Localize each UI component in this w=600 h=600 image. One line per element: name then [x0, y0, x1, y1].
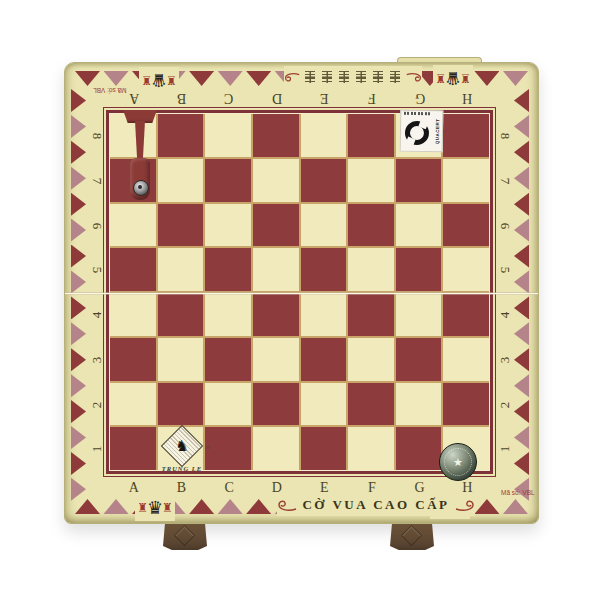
- triangle-ornament: [218, 499, 243, 514]
- chess-pieces-motif-bottom-left: ♜♛♜: [135, 494, 175, 521]
- triangle-ornament: [71, 374, 86, 397]
- square-e3: [301, 338, 347, 381]
- scroll-flourish-icon: [284, 72, 300, 83]
- square-a2: [110, 383, 156, 426]
- rank-label-5-right: 5: [495, 262, 515, 278]
- triangle-ornament: [514, 400, 529, 423]
- cjk-glyph: [357, 72, 367, 84]
- cjk-glyph: [306, 72, 316, 84]
- queen-icon: ♛: [445, 70, 461, 88]
- square-a3: [110, 338, 156, 381]
- triangle-ornament: [514, 348, 529, 371]
- square-a4: [110, 293, 156, 336]
- square-h2: [443, 383, 489, 426]
- square-d7: [253, 159, 299, 202]
- square-f4: [348, 293, 394, 336]
- border-triangles-left: [71, 89, 87, 501]
- rank-label-8-left: 8: [87, 128, 107, 144]
- knight-icon: ♞: [168, 432, 196, 460]
- scroll-flourish-icon: [277, 499, 297, 512]
- triangle-ornament: [71, 296, 86, 319]
- cjk-glyph: [391, 72, 401, 84]
- square-f2: [348, 383, 394, 426]
- triangle-ornament: [514, 322, 529, 345]
- square-c5: [205, 248, 251, 291]
- file-label-e-top: E: [301, 89, 349, 106]
- triangle-ornament: [514, 193, 529, 216]
- hologram-seal: ★: [439, 443, 477, 481]
- triangle-ornament: [189, 71, 214, 86]
- triangle-ornament: [71, 478, 86, 501]
- square-g2: [396, 383, 442, 426]
- triangle-ornament: [71, 89, 86, 112]
- square-d1: [253, 427, 299, 470]
- snap-button-icon: [133, 180, 149, 196]
- square-g7: [396, 159, 442, 202]
- triangle-ornament: [514, 89, 529, 112]
- square-c1: [205, 427, 251, 470]
- triangle-ornament: [514, 245, 529, 268]
- triangle-ornament: [514, 426, 529, 449]
- queen-icon: ♛: [151, 72, 167, 90]
- square-b3: [158, 338, 204, 381]
- triangle-ornament: [514, 270, 529, 293]
- triangle-ornament: [474, 71, 499, 86]
- triangle-ornament: [514, 452, 529, 475]
- square-f3: [348, 338, 394, 381]
- rank-label-1-left: 1: [87, 441, 107, 457]
- snap-clasp: [123, 110, 157, 207]
- brand-logo: ♞ ® TRUNG LE: [161, 431, 203, 477]
- scroll-flourish-icon: [406, 72, 422, 83]
- square-h6: [443, 204, 489, 247]
- seal-ring: [444, 448, 472, 476]
- square-b4: [158, 293, 204, 336]
- square-d8: [253, 114, 299, 157]
- rank-label-8-right: 8: [495, 128, 515, 144]
- triangle-ornament: [189, 499, 214, 514]
- product-title: CỜ VUA CAO CẤP: [277, 494, 475, 516]
- triangle-ornament: [71, 245, 86, 268]
- rank-label-4-left: 4: [87, 307, 107, 323]
- square-d6: [253, 204, 299, 247]
- rook-icon: ♜: [166, 75, 177, 87]
- triangle-ornament: [71, 452, 86, 475]
- brand-diamond-icon: ♞ ®: [161, 425, 203, 467]
- triangle-ornament: [71, 348, 86, 371]
- square-a1: [110, 427, 156, 470]
- file-label-d-top: D: [253, 89, 301, 106]
- triangle-ornament: [503, 71, 528, 86]
- hinge-right: [390, 521, 434, 550]
- square-f5: [348, 248, 394, 291]
- quacert-microtext: [402, 112, 430, 115]
- cjk-glyph: [323, 72, 333, 84]
- file-label-c-bottom: C: [205, 479, 253, 496]
- square-a6: [110, 204, 156, 247]
- triangle-ornament: [71, 115, 86, 138]
- triangle-ornament: [71, 400, 86, 423]
- rook-icon: ♜: [141, 75, 152, 87]
- square-h8: [443, 114, 489, 157]
- cjk-glyph: [340, 72, 350, 84]
- scroll-flourish-icon: [455, 499, 475, 512]
- square-h3: [443, 338, 489, 381]
- square-e4: [301, 293, 347, 336]
- square-c6: [205, 204, 251, 247]
- square-b5: [158, 248, 204, 291]
- reverse-side-title: [284, 66, 422, 89]
- cjk-glyph: [374, 72, 384, 84]
- rook-icon: ♜: [460, 73, 471, 85]
- square-g3: [396, 338, 442, 381]
- triangle-ornament: [71, 322, 86, 345]
- triangle-ornament: [75, 499, 100, 514]
- product-photo: ABCDEFGH ABCDEFGH 8877665544332211 ♜♛♜ ♜…: [0, 0, 600, 600]
- rank-label-3-left: 3: [87, 352, 107, 368]
- square-e7: [301, 159, 347, 202]
- rook-icon: ♜: [162, 502, 173, 514]
- triangle-ornament: [514, 141, 529, 164]
- triangle-ornament: [503, 499, 528, 514]
- square-b7: [158, 159, 204, 202]
- square-e8: [301, 114, 347, 157]
- square-f6: [348, 204, 394, 247]
- product-code-bottom: Mã số: VBL: [501, 489, 535, 496]
- rank-label-2-left: 2: [87, 397, 107, 413]
- square-c8: [205, 114, 251, 157]
- chess-pieces-motif-top-left: ♜♛♜: [139, 67, 179, 94]
- quacert-sticker: QUACERT: [400, 110, 444, 153]
- square-h7: [443, 159, 489, 202]
- triangle-ornament: [71, 270, 86, 293]
- rank-label-1-right: 1: [495, 441, 515, 457]
- square-f7: [348, 159, 394, 202]
- square-e1: [301, 427, 347, 470]
- title-text: CỜ VUA CAO CẤP: [302, 497, 449, 513]
- square-g6: [396, 204, 442, 247]
- square-b8: [158, 114, 204, 157]
- triangle-ornament: [75, 71, 100, 86]
- triangle-ornament: [514, 296, 529, 319]
- file-label-f-top: F: [348, 89, 396, 106]
- rank-label-5-left: 5: [87, 262, 107, 278]
- quacert-label: QUACERT: [433, 111, 443, 151]
- rank-label-6-right: 6: [495, 218, 515, 234]
- square-d4: [253, 293, 299, 336]
- square-d5: [253, 248, 299, 291]
- triangle-ornament: [71, 167, 86, 190]
- triangle-ornament: [104, 71, 129, 86]
- fold-seam: [65, 292, 538, 295]
- rank-label-4-right: 4: [495, 307, 515, 323]
- triangle-ornament: [514, 167, 529, 190]
- square-h5: [443, 248, 489, 291]
- square-f1: [348, 427, 394, 470]
- triangle-ornament: [246, 71, 271, 86]
- square-g4: [396, 293, 442, 336]
- product-code-top: Mã số: VBL: [93, 87, 127, 94]
- triangle-ornament: [71, 141, 86, 164]
- hinge-left: [163, 521, 207, 550]
- triangle-ornament: [246, 499, 271, 514]
- quacert-arrows-icon: [405, 121, 429, 145]
- triangle-ornament: [514, 374, 529, 397]
- clasp-strap: [135, 121, 145, 161]
- triangle-ornament: [474, 499, 499, 514]
- square-c4: [205, 293, 251, 336]
- border-triangles-right: [514, 89, 530, 501]
- registered-mark: ®: [206, 445, 211, 451]
- triangle-ornament: [104, 499, 129, 514]
- square-h4: [443, 293, 489, 336]
- triangle-ornament: [514, 115, 529, 138]
- triangle-ornament: [218, 71, 243, 86]
- square-e2: [301, 383, 347, 426]
- rank-label-6-left: 6: [87, 218, 107, 234]
- square-g1: [396, 427, 442, 470]
- square-c7: [205, 159, 251, 202]
- square-f8: [348, 114, 394, 157]
- square-c3: [205, 338, 251, 381]
- triangle-ornament: [71, 426, 86, 449]
- triangle-ornament: [514, 219, 529, 242]
- square-c2: [205, 383, 251, 426]
- chess-pieces-motif-top-right: ♜♛♜: [433, 65, 473, 92]
- square-g5: [396, 248, 442, 291]
- rook-icon: ♜: [435, 73, 446, 85]
- square-e6: [301, 204, 347, 247]
- rank-label-7-right: 7: [495, 173, 515, 189]
- square-e5: [301, 248, 347, 291]
- triangle-ornament: [71, 193, 86, 216]
- rank-label-7-left: 7: [87, 173, 107, 189]
- rank-label-2-right: 2: [495, 397, 515, 413]
- square-d3: [253, 338, 299, 381]
- queen-icon: ♛: [147, 499, 163, 517]
- square-b6: [158, 204, 204, 247]
- file-label-c-top: C: [205, 89, 253, 106]
- square-b2: [158, 383, 204, 426]
- triangle-ornament: [71, 219, 86, 242]
- chess-board-box: ABCDEFGH ABCDEFGH 8877665544332211 ♜♛♜ ♜…: [64, 62, 539, 524]
- square-d2: [253, 383, 299, 426]
- square-a5: [110, 248, 156, 291]
- rank-label-3-right: 3: [495, 352, 515, 368]
